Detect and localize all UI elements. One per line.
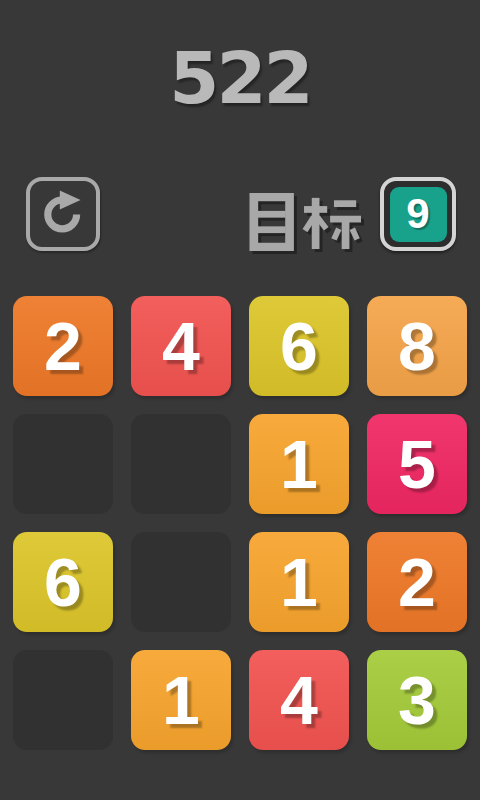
empty-cell (131, 532, 231, 632)
refresh-icon (39, 188, 87, 240)
empty-cell (13, 414, 113, 514)
goal-badge: 9 (380, 177, 456, 251)
goal-value: 9 (390, 187, 447, 242)
tile[interactable]: 6 (13, 532, 113, 632)
empty-cell (13, 650, 113, 750)
goal-label-text: 目标 (0, 0, 1, 1)
tile[interactable]: 2 (367, 532, 467, 632)
restart-button[interactable] (26, 177, 100, 251)
tile[interactable]: 1 (249, 532, 349, 632)
tile[interactable]: 2 (13, 296, 113, 396)
empty-cell (131, 414, 231, 514)
tile[interactable]: 3 (367, 650, 467, 750)
tile[interactable]: 5 (367, 414, 467, 514)
tile[interactable]: 1 (131, 650, 231, 750)
goal-label-hanzi (249, 193, 361, 251)
tile[interactable]: 1 (249, 414, 349, 514)
tile[interactable]: 6 (249, 296, 349, 396)
tile[interactable]: 4 (249, 650, 349, 750)
tile[interactable]: 4 (131, 296, 231, 396)
tile[interactable]: 8 (367, 296, 467, 396)
page-title: 522 (0, 36, 480, 120)
game-board[interactable]: 246815612143 (13, 296, 467, 750)
